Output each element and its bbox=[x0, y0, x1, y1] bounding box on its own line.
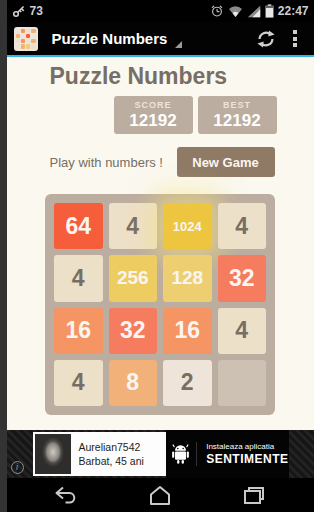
clock: 22:47 bbox=[278, 4, 309, 18]
page-title: Puzzle Numbers bbox=[50, 62, 314, 90]
tile-4: 4 bbox=[54, 255, 103, 301]
tile-16: 16 bbox=[163, 308, 212, 354]
tile-32: 32 bbox=[218, 255, 267, 301]
ad-install-line: Instaleaza aplicatia bbox=[206, 442, 288, 451]
tile-4: 4 bbox=[218, 203, 267, 249]
back-button[interactable] bbox=[46, 478, 86, 512]
ad-banner[interactable]: i Aurelian7542 Barbat, 45 ani bbox=[7, 430, 314, 478]
overflow-menu-button[interactable] bbox=[283, 22, 307, 55]
ad-install-text: Instaleaza aplicatia SENTIMENTE bbox=[196, 442, 288, 466]
tile-64: 64 bbox=[54, 203, 103, 249]
notification-count: 73 bbox=[30, 4, 43, 18]
ad-profile-photo bbox=[35, 434, 71, 474]
ad-profile-details: Barbat, 45 ani bbox=[79, 455, 144, 467]
action-bar-title[interactable]: Puzzle Numbers bbox=[52, 30, 168, 47]
best-value: 12192 bbox=[213, 111, 260, 130]
tile-16: 16 bbox=[54, 308, 103, 354]
game-board[interactable]: 644102444256128321632164482 bbox=[45, 194, 275, 415]
score-label: SCORE bbox=[134, 100, 171, 111]
navigation-bar bbox=[7, 478, 314, 512]
app-icon[interactable] bbox=[14, 27, 38, 51]
phone-screen: 73 22:47 Puzzle Numbers bbox=[7, 0, 314, 512]
tagline: Play with numbers ! bbox=[50, 155, 163, 170]
game-page: Puzzle Numbers SCORE 12192 BEST 12192 Pl… bbox=[7, 57, 314, 430]
android-icon bbox=[166, 443, 197, 465]
status-right: 22:47 bbox=[210, 4, 309, 18]
home-button[interactable] bbox=[140, 478, 180, 512]
refresh-icon bbox=[255, 28, 277, 50]
tile-2: 2 bbox=[163, 360, 212, 406]
wifi-icon bbox=[228, 5, 243, 18]
ad-install-section[interactable]: Instaleaza aplicatia SENTIMENTE bbox=[166, 430, 289, 478]
spinner-caret-icon[interactable] bbox=[175, 41, 182, 48]
score-value: 12192 bbox=[129, 111, 176, 130]
ad-profile-card[interactable]: Aurelian7542 Barbat, 45 ani bbox=[33, 432, 166, 476]
key-icon bbox=[12, 4, 26, 18]
new-game-button[interactable]: New Game bbox=[177, 147, 275, 177]
home-icon bbox=[148, 485, 172, 506]
tile-128: 128 bbox=[163, 255, 212, 301]
signal-icon bbox=[247, 5, 261, 18]
tile-4: 4 bbox=[54, 360, 103, 406]
status-left: 73 bbox=[12, 4, 43, 18]
back-icon bbox=[54, 485, 78, 506]
recents-button[interactable] bbox=[234, 478, 274, 512]
ad-app-name: SENTIMENTE bbox=[206, 452, 288, 466]
battery-icon bbox=[265, 4, 274, 18]
refresh-button[interactable] bbox=[249, 22, 283, 55]
tile-4: 4 bbox=[218, 308, 267, 354]
score-box: SCORE 12192 bbox=[114, 96, 193, 134]
alarm-icon bbox=[210, 4, 224, 18]
score-row: SCORE 12192 BEST 12192 bbox=[7, 96, 277, 134]
action-bar: Puzzle Numbers bbox=[7, 22, 314, 57]
tile-32: 32 bbox=[109, 308, 158, 354]
best-box: BEST 12192 bbox=[198, 96, 277, 134]
best-label: BEST bbox=[223, 100, 251, 111]
ad-profile-name: Aurelian7542 bbox=[79, 441, 144, 453]
recents-icon bbox=[242, 485, 266, 506]
status-bar: 73 22:47 bbox=[7, 0, 314, 22]
overflow-icon bbox=[293, 30, 297, 47]
tile-4: 4 bbox=[109, 203, 158, 249]
tile-256: 256 bbox=[109, 255, 158, 301]
tile-1024: 1024 bbox=[163, 203, 212, 249]
play-row: Play with numbers ! New Game bbox=[7, 147, 314, 177]
ad-profile-text: Aurelian7542 Barbat, 45 ani bbox=[71, 441, 144, 467]
tile-8: 8 bbox=[109, 360, 158, 406]
empty-cell bbox=[218, 360, 267, 406]
ad-info-icon[interactable]: i bbox=[11, 461, 24, 474]
